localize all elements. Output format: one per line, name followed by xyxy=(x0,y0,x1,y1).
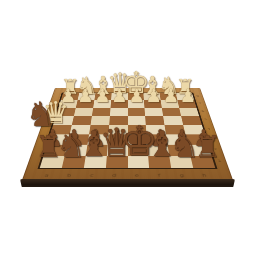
board-square xyxy=(179,108,199,116)
board-square xyxy=(106,156,128,168)
board-square xyxy=(128,100,145,108)
board-square xyxy=(181,116,202,125)
board-square xyxy=(92,108,111,116)
board-square xyxy=(65,145,88,156)
board-square xyxy=(47,134,70,144)
board-square xyxy=(165,125,186,134)
board-square xyxy=(109,116,128,125)
board-square xyxy=(169,156,193,168)
board-square xyxy=(44,145,68,156)
board-square xyxy=(108,125,127,134)
board-square xyxy=(183,125,205,134)
file-label: e xyxy=(132,174,142,178)
board-square xyxy=(147,134,168,144)
board-square xyxy=(144,100,162,108)
board-square xyxy=(70,125,91,134)
rank-label: 3 xyxy=(208,137,216,140)
board-square xyxy=(128,134,148,144)
board-square xyxy=(161,100,179,108)
board-squares-grid xyxy=(38,93,218,169)
board-square xyxy=(111,93,128,100)
board-square xyxy=(87,134,108,144)
rank-label: 2 xyxy=(212,148,220,151)
board-square xyxy=(84,156,107,168)
board-square xyxy=(128,116,147,125)
file-label: f xyxy=(154,174,164,178)
rank-label: 8 xyxy=(195,95,201,97)
file-label: b xyxy=(64,174,75,178)
board-square xyxy=(72,116,92,125)
board-square xyxy=(93,100,111,108)
file-label: a xyxy=(41,174,52,178)
board-square xyxy=(67,134,89,144)
board-square xyxy=(77,93,95,100)
board-square xyxy=(56,108,76,116)
board-square xyxy=(50,125,72,134)
board-square xyxy=(160,93,178,100)
board-square xyxy=(62,156,86,168)
board-square xyxy=(148,145,170,156)
board-square xyxy=(144,93,161,100)
chess-board: abcdefgh 12345678 xyxy=(22,88,233,180)
board-square xyxy=(145,108,164,116)
board-square xyxy=(89,125,109,134)
board-square xyxy=(176,93,194,100)
board-square xyxy=(190,156,215,168)
board-square xyxy=(94,93,111,100)
board-square xyxy=(128,156,150,168)
board-square xyxy=(74,108,93,116)
board-square xyxy=(90,116,109,125)
chess-set-photo: abcdefgh 12345678 ♜♞♝♛♚♝♞♜♟♟♟♟♟♟♟♟♟♟♟♟♟♟… xyxy=(0,0,256,256)
rank-label: 6 xyxy=(200,110,207,112)
rank-label: 7 xyxy=(197,102,204,104)
board-square xyxy=(148,156,171,168)
board-square xyxy=(61,93,79,100)
rank-label: 5 xyxy=(202,119,209,121)
board-square xyxy=(107,134,127,144)
board-square xyxy=(146,125,166,134)
file-label: g xyxy=(177,174,188,178)
board-square xyxy=(107,145,128,156)
board-square xyxy=(110,100,127,108)
file-label: h xyxy=(199,174,210,178)
board-square xyxy=(168,145,191,156)
file-label: c xyxy=(87,174,97,178)
board-square xyxy=(145,116,164,125)
rank-label: 1 xyxy=(215,159,223,162)
board-square xyxy=(128,93,145,100)
board-side-edge xyxy=(20,179,235,187)
board-square xyxy=(110,108,128,116)
board-square xyxy=(162,108,181,116)
board-square xyxy=(188,145,212,156)
board-square xyxy=(76,100,94,108)
board-square xyxy=(178,100,197,108)
board-square xyxy=(128,108,146,116)
board-square xyxy=(86,145,108,156)
board-square xyxy=(128,125,147,134)
board-square xyxy=(40,156,65,168)
file-label: d xyxy=(109,174,119,178)
board-square xyxy=(128,145,149,156)
board-square xyxy=(185,134,208,144)
board-square xyxy=(53,116,74,125)
rank-label: 4 xyxy=(205,127,212,129)
board-square xyxy=(58,100,77,108)
board-square xyxy=(163,116,183,125)
board-square xyxy=(166,134,188,144)
